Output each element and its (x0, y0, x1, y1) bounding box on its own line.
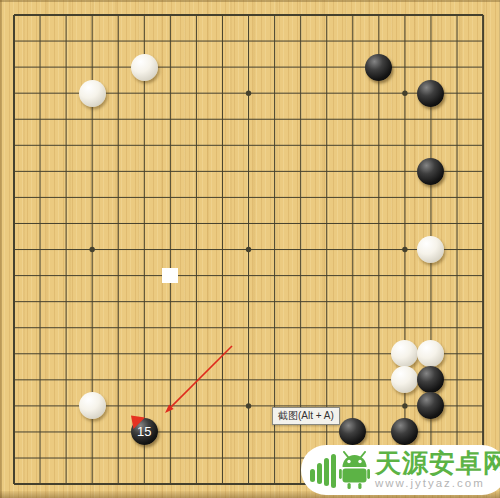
board-point-O12[interactable] (340, 184, 366, 210)
board-point-E4[interactable] (105, 393, 131, 419)
board-point-D12[interactable] (79, 184, 105, 210)
board-point-S9[interactable] (444, 262, 470, 288)
board-point-F18[interactable] (131, 28, 157, 54)
board-point-E11[interactable] (105, 210, 131, 236)
board-point-E2[interactable] (105, 445, 131, 471)
board-point-J4[interactable] (209, 393, 235, 419)
board-point-L18[interactable] (261, 28, 287, 54)
board-point-Q16[interactable] (392, 80, 418, 106)
board-point-M17[interactable] (287, 54, 313, 80)
board-point-Q9[interactable] (392, 262, 418, 288)
board-point-L7[interactable] (261, 315, 287, 341)
board-point-B13[interactable] (27, 158, 53, 184)
board-point-B9[interactable] (27, 262, 53, 288)
board-point-F11[interactable] (131, 210, 157, 236)
board-point-S18[interactable] (444, 28, 470, 54)
board-point-G5[interactable] (157, 367, 183, 393)
board-point-R14[interactable] (418, 132, 444, 158)
board-point-H9[interactable] (183, 262, 209, 288)
board-point-E10[interactable] (105, 236, 131, 262)
board-point-D9[interactable] (79, 262, 105, 288)
board-point-S4[interactable] (444, 393, 470, 419)
board-point-N9[interactable] (314, 262, 340, 288)
board-point-E17[interactable] (105, 54, 131, 80)
board-point-M16[interactable] (287, 80, 313, 106)
board-point-A11[interactable] (1, 210, 27, 236)
board-point-E18[interactable] (105, 28, 131, 54)
board-point-L2[interactable] (261, 445, 287, 471)
board-point-D14[interactable] (79, 132, 105, 158)
board-point-M8[interactable] (287, 288, 313, 314)
board-point-K9[interactable] (235, 262, 261, 288)
board-point-P19[interactable] (366, 2, 392, 28)
board-point-G4[interactable] (157, 393, 183, 419)
board-point-K4[interactable] (235, 393, 261, 419)
board-point-S15[interactable] (444, 106, 470, 132)
board-point-A10[interactable] (1, 236, 27, 262)
board-point-Q4[interactable] (392, 393, 418, 419)
board-point-O7[interactable] (340, 315, 366, 341)
board-point-G11[interactable] (157, 210, 183, 236)
board-point-D2[interactable] (79, 445, 105, 471)
board-point-N7[interactable] (314, 315, 340, 341)
board-point-K6[interactable] (235, 341, 261, 367)
board-point-J8[interactable] (209, 288, 235, 314)
board-point-D7[interactable] (79, 315, 105, 341)
board-point-F14[interactable] (131, 132, 157, 158)
board-point-P4[interactable] (366, 393, 392, 419)
board-point-Q5[interactable] (392, 367, 418, 393)
board-point-D15[interactable] (79, 106, 105, 132)
board-point-G15[interactable] (157, 106, 183, 132)
board-point-G8[interactable] (157, 288, 183, 314)
board-point-M7[interactable] (287, 315, 313, 341)
board-point-L12[interactable] (261, 184, 287, 210)
board-point-M19[interactable] (287, 2, 313, 28)
board-point-S3[interactable] (444, 419, 470, 445)
board-point-A12[interactable] (1, 184, 27, 210)
board-point-O16[interactable] (340, 80, 366, 106)
board-point-R11[interactable] (418, 210, 444, 236)
board-point-E5[interactable] (105, 367, 131, 393)
board-point-C17[interactable] (53, 54, 79, 80)
board-point-N10[interactable] (314, 236, 340, 262)
board-point-J12[interactable] (209, 184, 235, 210)
board-point-P8[interactable] (366, 288, 392, 314)
board-point-L16[interactable] (261, 80, 287, 106)
board-point-B3[interactable] (27, 419, 53, 445)
board-point-R5[interactable] (418, 367, 444, 393)
board-point-H13[interactable] (183, 158, 209, 184)
board-point-P12[interactable] (366, 184, 392, 210)
board-point-L15[interactable] (261, 106, 287, 132)
board-point-C7[interactable] (53, 315, 79, 341)
board-point-N12[interactable] (314, 184, 340, 210)
board-point-E1[interactable] (105, 471, 131, 497)
board-point-S16[interactable] (444, 80, 470, 106)
board-point-T10[interactable] (470, 236, 496, 262)
board-point-T18[interactable] (470, 28, 496, 54)
board-point-J19[interactable] (209, 2, 235, 28)
board-point-F15[interactable] (131, 106, 157, 132)
board-point-R19[interactable] (418, 2, 444, 28)
board-point-E6[interactable] (105, 341, 131, 367)
board-point-P10[interactable] (366, 236, 392, 262)
board-point-P5[interactable] (366, 367, 392, 393)
board-point-L13[interactable] (261, 158, 287, 184)
board-point-L5[interactable] (261, 367, 287, 393)
board-point-T7[interactable] (470, 315, 496, 341)
board-point-R6[interactable] (418, 341, 444, 367)
board-point-G19[interactable] (157, 2, 183, 28)
board-point-N19[interactable] (314, 2, 340, 28)
board-point-M5[interactable] (287, 367, 313, 393)
board-point-L8[interactable] (261, 288, 287, 314)
board-point-A17[interactable] (1, 54, 27, 80)
board-point-C4[interactable] (53, 393, 79, 419)
board-point-A4[interactable] (1, 393, 27, 419)
board-point-F5[interactable] (131, 367, 157, 393)
board-point-P16[interactable] (366, 80, 392, 106)
board-point-J5[interactable] (209, 367, 235, 393)
board-point-N15[interactable] (314, 106, 340, 132)
board-point-O11[interactable] (340, 210, 366, 236)
board-point-M11[interactable] (287, 210, 313, 236)
board-point-O17[interactable] (340, 54, 366, 80)
board-point-P7[interactable] (366, 315, 392, 341)
board-point-G3[interactable] (157, 419, 183, 445)
board-point-J18[interactable] (209, 28, 235, 54)
board-point-K8[interactable] (235, 288, 261, 314)
board-point-O5[interactable] (340, 367, 366, 393)
board-point-N18[interactable] (314, 28, 340, 54)
board-point-P6[interactable] (366, 341, 392, 367)
board-point-L17[interactable] (261, 54, 287, 80)
board-point-T14[interactable] (470, 132, 496, 158)
board-point-J10[interactable] (209, 236, 235, 262)
board-point-H16[interactable] (183, 80, 209, 106)
board-point-H8[interactable] (183, 288, 209, 314)
board-point-T9[interactable] (470, 262, 496, 288)
board-point-J3[interactable] (209, 419, 235, 445)
board-point-K13[interactable] (235, 158, 261, 184)
board-point-L9[interactable] (261, 262, 287, 288)
board-point-N16[interactable] (314, 80, 340, 106)
board-point-B10[interactable] (27, 236, 53, 262)
board-point-F16[interactable] (131, 80, 157, 106)
board-point-N11[interactable] (314, 210, 340, 236)
board-point-S7[interactable] (444, 315, 470, 341)
board-point-G7[interactable] (157, 315, 183, 341)
board-point-T17[interactable] (470, 54, 496, 80)
board-point-S17[interactable] (444, 54, 470, 80)
board-point-Q11[interactable] (392, 210, 418, 236)
board-point-T3[interactable] (470, 419, 496, 445)
board-point-F8[interactable] (131, 288, 157, 314)
board-point-D19[interactable] (79, 2, 105, 28)
board-point-Q6[interactable] (392, 341, 418, 367)
board-point-T15[interactable] (470, 106, 496, 132)
board-point-A9[interactable] (1, 262, 27, 288)
board-point-B18[interactable] (27, 28, 53, 54)
board-point-D18[interactable] (79, 28, 105, 54)
board-point-A6[interactable] (1, 341, 27, 367)
board-point-E7[interactable] (105, 315, 131, 341)
board-point-A1[interactable] (1, 471, 27, 497)
board-point-M12[interactable] (287, 184, 313, 210)
board-point-K2[interactable] (235, 445, 261, 471)
board-point-T5[interactable] (470, 367, 496, 393)
board-point-T12[interactable] (470, 184, 496, 210)
board-point-J15[interactable] (209, 106, 235, 132)
board-point-G12[interactable] (157, 184, 183, 210)
board-point-O6[interactable] (340, 341, 366, 367)
board-point-N14[interactable] (314, 132, 340, 158)
board-point-A18[interactable] (1, 28, 27, 54)
board-point-H10[interactable] (183, 236, 209, 262)
board-point-T19[interactable] (470, 2, 496, 28)
board-point-S19[interactable] (444, 2, 470, 28)
board-point-T6[interactable] (470, 341, 496, 367)
board-point-E16[interactable] (105, 80, 131, 106)
board-point-S14[interactable] (444, 132, 470, 158)
board-point-K17[interactable] (235, 54, 261, 80)
board-point-F2[interactable] (131, 445, 157, 471)
board-point-H11[interactable] (183, 210, 209, 236)
board-point-K14[interactable] (235, 132, 261, 158)
board-point-J7[interactable] (209, 315, 235, 341)
board-point-B8[interactable] (27, 288, 53, 314)
board-point-Q15[interactable] (392, 106, 418, 132)
board-point-Q7[interactable] (392, 315, 418, 341)
board-point-D1[interactable] (79, 471, 105, 497)
board-point-G17[interactable] (157, 54, 183, 80)
board-point-S10[interactable] (444, 236, 470, 262)
board-point-E14[interactable] (105, 132, 131, 158)
board-point-N17[interactable] (314, 54, 340, 80)
board-point-E13[interactable] (105, 158, 131, 184)
board-point-K16[interactable] (235, 80, 261, 106)
board-point-J16[interactable] (209, 80, 235, 106)
board-point-J1[interactable] (209, 471, 235, 497)
board-point-D4[interactable] (79, 393, 105, 419)
board-point-R8[interactable] (418, 288, 444, 314)
board-point-F4[interactable] (131, 393, 157, 419)
board-point-H4[interactable] (183, 393, 209, 419)
board-point-F19[interactable] (131, 2, 157, 28)
board-point-D10[interactable] (79, 236, 105, 262)
board-point-C2[interactable] (53, 445, 79, 471)
board-point-F7[interactable] (131, 315, 157, 341)
board-point-O3[interactable] (340, 419, 366, 445)
board-point-C15[interactable] (53, 106, 79, 132)
board-point-E15[interactable] (105, 106, 131, 132)
board-point-G18[interactable] (157, 28, 183, 54)
board-point-K12[interactable] (235, 184, 261, 210)
board-point-F6[interactable] (131, 341, 157, 367)
board-point-B1[interactable] (27, 471, 53, 497)
board-point-O13[interactable] (340, 158, 366, 184)
board-point-O19[interactable] (340, 2, 366, 28)
board-point-G1[interactable] (157, 471, 183, 497)
board-point-O18[interactable] (340, 28, 366, 54)
board-point-D6[interactable] (79, 341, 105, 367)
board-point-R3[interactable] (418, 419, 444, 445)
board-point-D17[interactable] (79, 54, 105, 80)
board-point-D11[interactable] (79, 210, 105, 236)
board-point-S5[interactable] (444, 367, 470, 393)
board-point-O4[interactable] (340, 393, 366, 419)
board-point-P18[interactable] (366, 28, 392, 54)
board-point-N6[interactable] (314, 341, 340, 367)
board-point-O14[interactable] (340, 132, 366, 158)
board-point-Q17[interactable] (392, 54, 418, 80)
board-point-T11[interactable] (470, 210, 496, 236)
board-point-Q12[interactable] (392, 184, 418, 210)
board-point-L6[interactable] (261, 341, 287, 367)
board-point-S6[interactable] (444, 341, 470, 367)
board-point-A8[interactable] (1, 288, 27, 314)
board-point-B14[interactable] (27, 132, 53, 158)
board-point-O10[interactable] (340, 236, 366, 262)
board-point-F13[interactable] (131, 158, 157, 184)
board-point-B12[interactable] (27, 184, 53, 210)
board-point-S8[interactable] (444, 288, 470, 314)
board-point-N13[interactable] (314, 158, 340, 184)
board-point-H14[interactable] (183, 132, 209, 158)
board-point-L10[interactable] (261, 236, 287, 262)
board-point-M13[interactable] (287, 158, 313, 184)
board-point-S13[interactable] (444, 158, 470, 184)
board-point-H17[interactable] (183, 54, 209, 80)
board-point-M14[interactable] (287, 132, 313, 158)
board-point-R7[interactable] (418, 315, 444, 341)
board-point-B17[interactable] (27, 54, 53, 80)
board-point-B16[interactable] (27, 80, 53, 106)
board-point-R13[interactable] (418, 158, 444, 184)
board-point-C6[interactable] (53, 341, 79, 367)
board-point-H18[interactable] (183, 28, 209, 54)
board-point-P13[interactable] (366, 158, 392, 184)
board-point-Q13[interactable] (392, 158, 418, 184)
board-point-C18[interactable] (53, 28, 79, 54)
board-point-O9[interactable] (340, 262, 366, 288)
board-point-R4[interactable] (418, 393, 444, 419)
board-point-L14[interactable] (261, 132, 287, 158)
board-point-M18[interactable] (287, 28, 313, 54)
board-point-D3[interactable] (79, 419, 105, 445)
board-point-C14[interactable] (53, 132, 79, 158)
board-point-J6[interactable] (209, 341, 235, 367)
board-point-T16[interactable] (470, 80, 496, 106)
board-point-F1[interactable] (131, 471, 157, 497)
board-point-C16[interactable] (53, 80, 79, 106)
board-point-R17[interactable] (418, 54, 444, 80)
board-point-A13[interactable] (1, 158, 27, 184)
board-point-C10[interactable] (53, 236, 79, 262)
board-point-C9[interactable] (53, 262, 79, 288)
board-point-J17[interactable] (209, 54, 235, 80)
board-point-E8[interactable] (105, 288, 131, 314)
board-point-R18[interactable] (418, 28, 444, 54)
board-point-P9[interactable] (366, 262, 392, 288)
board-point-K10[interactable] (235, 236, 261, 262)
board-point-H12[interactable] (183, 184, 209, 210)
board-point-F10[interactable] (131, 236, 157, 262)
board-point-P11[interactable] (366, 210, 392, 236)
board-point-E12[interactable] (105, 184, 131, 210)
board-point-A2[interactable] (1, 445, 27, 471)
board-point-C5[interactable] (53, 367, 79, 393)
board-point-Q8[interactable] (392, 288, 418, 314)
board-point-N5[interactable] (314, 367, 340, 393)
board-point-C8[interactable] (53, 288, 79, 314)
board-point-C19[interactable] (53, 2, 79, 28)
board-point-D16[interactable] (79, 80, 105, 106)
board-point-F12[interactable] (131, 184, 157, 210)
board-point-H2[interactable] (183, 445, 209, 471)
board-point-L1[interactable] (261, 471, 287, 497)
board-point-H1[interactable] (183, 471, 209, 497)
board-point-K19[interactable] (235, 2, 261, 28)
board-point-C1[interactable] (53, 471, 79, 497)
board-point-D8[interactable] (79, 288, 105, 314)
board-point-A3[interactable] (1, 419, 27, 445)
board-point-J14[interactable] (209, 132, 235, 158)
board-point-H15[interactable] (183, 106, 209, 132)
board-point-M10[interactable] (287, 236, 313, 262)
board-point-S12[interactable] (444, 184, 470, 210)
board-point-A7[interactable] (1, 315, 27, 341)
board-point-J2[interactable] (209, 445, 235, 471)
board-point-A15[interactable] (1, 106, 27, 132)
board-point-K3[interactable] (235, 419, 261, 445)
board-point-P15[interactable] (366, 106, 392, 132)
board-point-G16[interactable] (157, 80, 183, 106)
board-point-A14[interactable] (1, 132, 27, 158)
board-point-R12[interactable] (418, 184, 444, 210)
board-point-G9[interactable] (157, 262, 183, 288)
board-point-M15[interactable] (287, 106, 313, 132)
board-point-M9[interactable] (287, 262, 313, 288)
board-point-F17[interactable] (131, 54, 157, 80)
board-point-G10[interactable] (157, 236, 183, 262)
board-point-K15[interactable] (235, 106, 261, 132)
board-point-P17[interactable] (366, 54, 392, 80)
board-point-L19[interactable] (261, 2, 287, 28)
board-point-J11[interactable] (209, 210, 235, 236)
board-point-K18[interactable] (235, 28, 261, 54)
board-point-H7[interactable] (183, 315, 209, 341)
board-point-K11[interactable] (235, 210, 261, 236)
board-point-Q3[interactable] (392, 419, 418, 445)
board-point-C12[interactable] (53, 184, 79, 210)
board-point-N8[interactable] (314, 288, 340, 314)
board-point-B15[interactable] (27, 106, 53, 132)
board-point-E3[interactable] (105, 419, 131, 445)
board-point-T4[interactable] (470, 393, 496, 419)
board-point-R10[interactable] (418, 236, 444, 262)
board-point-M6[interactable] (287, 341, 313, 367)
board-point-P3[interactable] (366, 419, 392, 445)
board-point-H3[interactable] (183, 419, 209, 445)
board-point-Q10[interactable] (392, 236, 418, 262)
board-point-F9[interactable] (131, 262, 157, 288)
board-point-C11[interactable] (53, 210, 79, 236)
board-point-B5[interactable] (27, 367, 53, 393)
board-point-H6[interactable] (183, 341, 209, 367)
board-point-E9[interactable] (105, 262, 131, 288)
